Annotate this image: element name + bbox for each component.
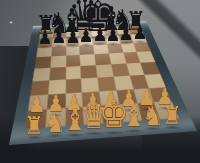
piece-black-pawn-d7: ♟ (79, 26, 94, 45)
chess-set-photo: ♜♞♝♛♚♝♞♜♟♟♟♟♟♟♟♟♟♟♟♟♟♟♟♟♜♞♝♛♚♝♞♜ (0, 0, 200, 163)
piece-white-rook-a1: ♜ (24, 112, 44, 137)
pieces-layer: ♜♞♝♛♚♝♞♜♟♟♟♟♟♟♟♟♟♟♟♟♟♟♟♟♜♞♝♛♚♝♞♜ (0, 0, 200, 163)
piece-black-pawn-h7: ♟ (132, 23, 147, 42)
piece-black-pawn-a7: ♟ (37, 28, 52, 47)
piece-black-pawn-b7: ♟ (51, 27, 66, 46)
piece-white-knight-b1: ♞ (44, 109, 65, 136)
piece-white-rook-h1: ♜ (162, 102, 182, 127)
piece-white-knight-g1: ♞ (142, 102, 163, 129)
